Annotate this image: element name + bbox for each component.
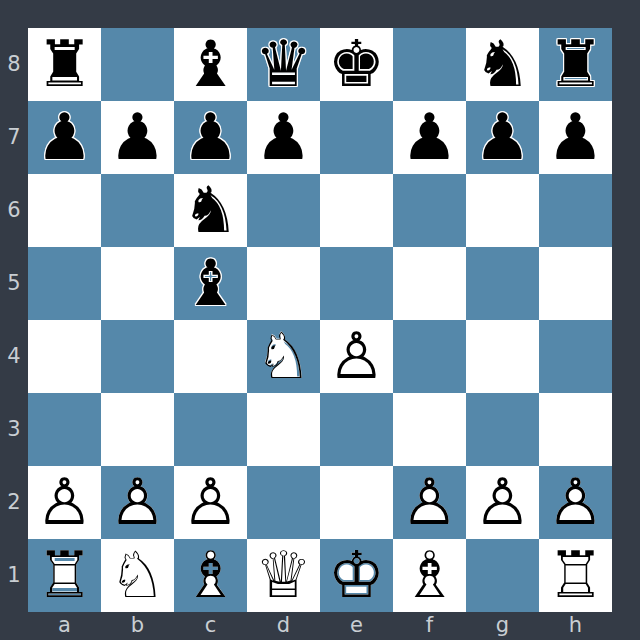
square-f8[interactable] (393, 28, 466, 101)
file-label-b: b (101, 612, 174, 640)
square-f7[interactable]: ♟ (393, 101, 466, 174)
piece-black-rook[interactable]: ♜ (28, 28, 101, 101)
rank-label-3: 3 (0, 393, 28, 466)
piece-white-bishop[interactable]: ♗ (393, 539, 466, 612)
square-b3[interactable] (101, 393, 174, 466)
square-e4[interactable]: ♟♙ (320, 320, 393, 393)
piece-white-pawn[interactable]: ♙ (320, 320, 393, 393)
square-h7[interactable]: ♟ (539, 101, 612, 174)
square-e2[interactable] (320, 466, 393, 539)
square-f5[interactable] (393, 247, 466, 320)
square-a3[interactable] (28, 393, 101, 466)
square-h6[interactable] (539, 174, 612, 247)
square-c8[interactable]: ♝ (174, 28, 247, 101)
square-g1[interactable] (466, 539, 539, 612)
piece-white-knight[interactable]: ♘ (101, 539, 174, 612)
square-f6[interactable] (393, 174, 466, 247)
file-label-g: g (466, 612, 539, 640)
piece-white-pawn[interactable]: ♙ (174, 466, 247, 539)
square-d8[interactable]: ♛ (247, 28, 320, 101)
piece-white-pawn[interactable]: ♙ (28, 466, 101, 539)
square-c7[interactable]: ♟ (174, 101, 247, 174)
rank-label-4: 4 (0, 320, 28, 393)
chessboard-app: 87654321 abcdefgh ♜♝♛♚♞♜♟♟♟♟♟♟♟♞♝♞♘♟♙♟♙♟… (0, 0, 640, 640)
piece-white-queen[interactable]: ♕ (247, 539, 320, 612)
square-e3[interactable] (320, 393, 393, 466)
piece-black-pawn[interactable]: ♟ (466, 101, 539, 174)
square-h1[interactable]: ♜♖ (539, 539, 612, 612)
piece-white-bishop[interactable]: ♗ (174, 539, 247, 612)
square-e8[interactable]: ♚ (320, 28, 393, 101)
square-b2[interactable]: ♟♙ (101, 466, 174, 539)
piece-black-pawn[interactable]: ♟ (393, 101, 466, 174)
square-h8[interactable]: ♜ (539, 28, 612, 101)
square-d4[interactable]: ♞♘ (247, 320, 320, 393)
square-b5[interactable] (101, 247, 174, 320)
square-d1[interactable]: ♛♕ (247, 539, 320, 612)
square-g7[interactable]: ♟ (466, 101, 539, 174)
rank-label-2: 2 (0, 466, 28, 539)
square-e1[interactable]: ♚♔ (320, 539, 393, 612)
square-g2[interactable]: ♟♙ (466, 466, 539, 539)
square-g6[interactable] (466, 174, 539, 247)
piece-white-knight[interactable]: ♘ (247, 320, 320, 393)
square-a1[interactable]: ♜♖ (28, 539, 101, 612)
square-f3[interactable] (393, 393, 466, 466)
square-a6[interactable] (28, 174, 101, 247)
file-label-f: f (393, 612, 466, 640)
piece-black-pawn[interactable]: ♟ (28, 101, 101, 174)
square-c4[interactable] (174, 320, 247, 393)
square-c1[interactable]: ♝♗ (174, 539, 247, 612)
piece-white-pawn[interactable]: ♙ (466, 466, 539, 539)
piece-white-rook[interactable]: ♖ (28, 539, 101, 612)
piece-black-king[interactable]: ♚ (320, 28, 393, 101)
piece-black-bishop[interactable]: ♝ (174, 247, 247, 320)
square-e7[interactable] (320, 101, 393, 174)
square-a2[interactable]: ♟♙ (28, 466, 101, 539)
square-c5[interactable]: ♝ (174, 247, 247, 320)
chess-board: ♜♝♛♚♞♜♟♟♟♟♟♟♟♞♝♞♘♟♙♟♙♟♙♟♙♟♙♟♙♟♙♜♖♞♘♝♗♛♕♚… (28, 28, 612, 612)
piece-black-pawn[interactable]: ♟ (247, 101, 320, 174)
piece-black-queen[interactable]: ♛ (247, 28, 320, 101)
piece-white-pawn[interactable]: ♙ (393, 466, 466, 539)
rank-label-5: 5 (0, 247, 28, 320)
piece-white-pawn[interactable]: ♙ (101, 466, 174, 539)
piece-white-pawn[interactable]: ♙ (539, 466, 612, 539)
piece-black-bishop[interactable]: ♝ (174, 28, 247, 101)
piece-black-pawn[interactable]: ♟ (174, 101, 247, 174)
square-b1[interactable]: ♞♘ (101, 539, 174, 612)
square-g3[interactable] (466, 393, 539, 466)
square-h2[interactable]: ♟♙ (539, 466, 612, 539)
file-label-c: c (174, 612, 247, 640)
rank-label-7: 7 (0, 101, 28, 174)
square-a8[interactable]: ♜ (28, 28, 101, 101)
square-e6[interactable] (320, 174, 393, 247)
piece-white-rook[interactable]: ♖ (539, 539, 612, 612)
square-d2[interactable] (247, 466, 320, 539)
square-c3[interactable] (174, 393, 247, 466)
piece-black-pawn[interactable]: ♟ (539, 101, 612, 174)
piece-black-rook[interactable]: ♜ (539, 28, 612, 101)
piece-black-knight[interactable]: ♞ (174, 174, 247, 247)
rank-label-8: 8 (0, 28, 28, 101)
piece-black-pawn[interactable]: ♟ (101, 101, 174, 174)
square-g5[interactable] (466, 247, 539, 320)
square-f2[interactable]: ♟♙ (393, 466, 466, 539)
square-d5[interactable] (247, 247, 320, 320)
square-b4[interactable] (101, 320, 174, 393)
square-b8[interactable] (101, 28, 174, 101)
square-f1[interactable]: ♝♗ (393, 539, 466, 612)
square-b7[interactable]: ♟ (101, 101, 174, 174)
square-a4[interactable] (28, 320, 101, 393)
rank-label-6: 6 (0, 174, 28, 247)
square-d3[interactable] (247, 393, 320, 466)
piece-white-king[interactable]: ♔ (320, 539, 393, 612)
square-a5[interactable] (28, 247, 101, 320)
square-c6[interactable]: ♞ (174, 174, 247, 247)
file-label-h: h (539, 612, 612, 640)
piece-black-knight[interactable]: ♞ (466, 28, 539, 101)
square-c2[interactable]: ♟♙ (174, 466, 247, 539)
square-h4[interactable] (539, 320, 612, 393)
rank-label-1: 1 (0, 539, 28, 612)
square-d6[interactable] (247, 174, 320, 247)
square-a7[interactable]: ♟ (28, 101, 101, 174)
square-e5[interactable] (320, 247, 393, 320)
square-b6[interactable] (101, 174, 174, 247)
file-label-d: d (247, 612, 320, 640)
file-label-e: e (320, 612, 393, 640)
square-h5[interactable] (539, 247, 612, 320)
file-label-a: a (28, 612, 101, 640)
square-d7[interactable]: ♟ (247, 101, 320, 174)
square-g8[interactable]: ♞ (466, 28, 539, 101)
square-h3[interactable] (539, 393, 612, 466)
square-f4[interactable] (393, 320, 466, 393)
square-g4[interactable] (466, 320, 539, 393)
